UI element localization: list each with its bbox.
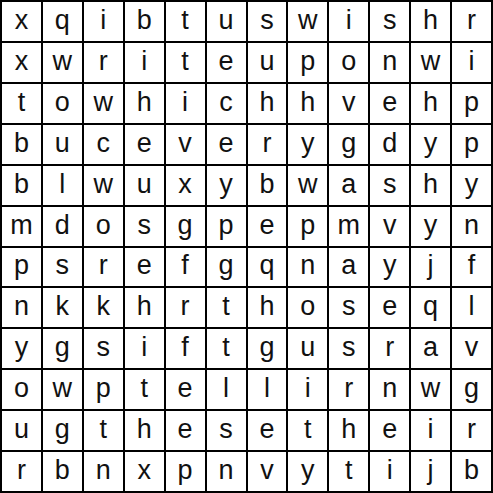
grid-cell[interactable]: l: [452, 288, 491, 327]
grid-cell[interactable]: u: [2, 411, 41, 450]
grid-cell[interactable]: s: [370, 166, 409, 205]
word-search-board: xqibtuswishrxwriteuponwitowhichhvehpbuce…: [0, 0, 493, 493]
grid-cell[interactable]: t: [84, 411, 123, 450]
grid-cell[interactable]: n: [370, 370, 409, 409]
grid-cell[interactable]: r: [370, 329, 409, 368]
grid-cell[interactable]: h: [411, 166, 450, 205]
grid-cell[interactable]: r: [452, 411, 491, 450]
grid-cell[interactable]: k: [43, 288, 82, 327]
grid-cell[interactable]: w: [84, 84, 123, 123]
grid-cell[interactable]: v: [329, 84, 368, 123]
grid-cell[interactable]: v: [452, 329, 491, 368]
grid-cell[interactable]: h: [411, 2, 450, 41]
grid-cell[interactable]: f: [166, 329, 205, 368]
grid-cell[interactable]: b: [2, 166, 41, 205]
grid-cell[interactable]: q: [248, 248, 287, 287]
grid-cell[interactable]: y: [370, 248, 409, 287]
grid-cell[interactable]: y: [207, 166, 246, 205]
grid-cell[interactable]: g: [43, 329, 82, 368]
grid-cell[interactable]: y: [288, 452, 327, 491]
grid-cell[interactable]: r: [248, 125, 287, 164]
grid-cell[interactable]: i: [125, 329, 164, 368]
grid-cell[interactable]: l: [248, 370, 287, 409]
grid-cell[interactable]: n: [84, 452, 123, 491]
grid-cell[interactable]: t: [166, 43, 205, 82]
grid-cell[interactable]: n: [2, 288, 41, 327]
grid-cell[interactable]: u: [43, 125, 82, 164]
grid-cell[interactable]: t: [2, 84, 41, 123]
grid-cell[interactable]: p: [2, 248, 41, 287]
grid-cell[interactable]: v: [370, 207, 409, 246]
grid-cell[interactable]: y: [452, 166, 491, 205]
grid-cell[interactable]: j: [411, 452, 450, 491]
grid-cell[interactable]: l: [207, 370, 246, 409]
grid-cell[interactable]: w: [84, 166, 123, 205]
grid-cell[interactable]: r: [84, 248, 123, 287]
grid-cell[interactable]: v: [248, 452, 287, 491]
grid-cell[interactable]: i: [125, 43, 164, 82]
grid-cell[interactable]: o: [84, 207, 123, 246]
grid-cell[interactable]: t: [329, 452, 368, 491]
grid-cell[interactable]: b: [248, 166, 287, 205]
grid-cell[interactable]: a: [411, 329, 450, 368]
grid-cell[interactable]: s: [370, 2, 409, 41]
grid-cell[interactable]: n: [207, 452, 246, 491]
grid-cell[interactable]: t: [207, 329, 246, 368]
grid-cell[interactable]: w: [411, 370, 450, 409]
grid-cell[interactable]: c: [207, 84, 246, 123]
grid-cell[interactable]: l: [43, 166, 82, 205]
grid-cell[interactable]: i: [329, 2, 368, 41]
grid-cell[interactable]: i: [166, 84, 205, 123]
grid-cell[interactable]: x: [166, 166, 205, 205]
grid-cell[interactable]: e: [248, 207, 287, 246]
grid-cell[interactable]: h: [125, 411, 164, 450]
grid-cell[interactable]: p: [166, 452, 205, 491]
grid-cell[interactable]: e: [125, 125, 164, 164]
grid-cell[interactable]: w: [43, 370, 82, 409]
grid-cell[interactable]: e: [370, 288, 409, 327]
grid-cell[interactable]: f: [452, 248, 491, 287]
grid-cell[interactable]: u: [248, 43, 287, 82]
grid-cell[interactable]: r: [329, 370, 368, 409]
grid-cell[interactable]: s: [84, 329, 123, 368]
grid-cell[interactable]: m: [2, 207, 41, 246]
grid-cell[interactable]: h: [288, 84, 327, 123]
grid-cell[interactable]: e: [370, 84, 409, 123]
grid-cell[interactable]: s: [329, 288, 368, 327]
grid-cell[interactable]: w: [43, 43, 82, 82]
grid-cell[interactable]: b: [452, 452, 491, 491]
grid-cell[interactable]: o: [43, 84, 82, 123]
grid-cell[interactable]: f: [166, 248, 205, 287]
grid-cell[interactable]: e: [207, 125, 246, 164]
grid-cell[interactable]: o: [329, 43, 368, 82]
grid-cell[interactable]: y: [2, 329, 41, 368]
grid-cell[interactable]: a: [329, 166, 368, 205]
grid-cell[interactable]: e: [248, 411, 287, 450]
grid-cell[interactable]: r: [2, 452, 41, 491]
grid-cell[interactable]: s: [43, 248, 82, 287]
grid-cell[interactable]: h: [411, 84, 450, 123]
grid-cell[interactable]: e: [370, 411, 409, 450]
grid-cell[interactable]: n: [452, 207, 491, 246]
grid-cell[interactable]: h: [125, 84, 164, 123]
grid-cell[interactable]: i: [288, 370, 327, 409]
grid-cell[interactable]: t: [288, 411, 327, 450]
grid-cell[interactable]: d: [43, 207, 82, 246]
grid-cell[interactable]: h: [248, 84, 287, 123]
grid-cell[interactable]: x: [125, 452, 164, 491]
grid-cell[interactable]: y: [288, 125, 327, 164]
grid-cell[interactable]: g: [207, 248, 246, 287]
grid-cell[interactable]: c: [84, 125, 123, 164]
grid-cell[interactable]: d: [370, 125, 409, 164]
grid-cell[interactable]: y: [411, 125, 450, 164]
grid-cell[interactable]: s: [329, 329, 368, 368]
grid-cell[interactable]: u: [207, 2, 246, 41]
grid-cell[interactable]: i: [370, 452, 409, 491]
grid-cell[interactable]: w: [411, 43, 450, 82]
grid-cell[interactable]: s: [207, 411, 246, 450]
grid-cell[interactable]: t: [207, 288, 246, 327]
grid-cell[interactable]: p: [288, 207, 327, 246]
grid-cell[interactable]: w: [288, 2, 327, 41]
grid-cell[interactable]: g: [166, 207, 205, 246]
grid-cell[interactable]: v: [166, 125, 205, 164]
grid-cell[interactable]: b: [43, 452, 82, 491]
grid-cell[interactable]: t: [166, 2, 205, 41]
grid-cell[interactable]: i: [452, 43, 491, 82]
grid-cell[interactable]: e: [207, 43, 246, 82]
grid-cell[interactable]: r: [166, 288, 205, 327]
grid-cell[interactable]: p: [452, 125, 491, 164]
grid-cell[interactable]: n: [370, 43, 409, 82]
grid-cell[interactable]: h: [125, 288, 164, 327]
grid-cell[interactable]: x: [2, 43, 41, 82]
grid-cell[interactable]: u: [125, 166, 164, 205]
grid-cell[interactable]: g: [248, 329, 287, 368]
grid-cell[interactable]: s: [125, 207, 164, 246]
grid-cell[interactable]: a: [329, 248, 368, 287]
grid-cell[interactable]: g: [452, 370, 491, 409]
grid-cell[interactable]: g: [43, 411, 82, 450]
grid-cell[interactable]: q: [43, 2, 82, 41]
grid-cell[interactable]: e: [125, 248, 164, 287]
grid-cell[interactable]: b: [125, 2, 164, 41]
grid-cell[interactable]: t: [125, 370, 164, 409]
grid-cell[interactable]: p: [288, 43, 327, 82]
grid-cell[interactable]: q: [411, 288, 450, 327]
grid-cell[interactable]: g: [329, 125, 368, 164]
grid-cell[interactable]: o: [288, 288, 327, 327]
grid-cell[interactable]: h: [248, 288, 287, 327]
grid-cell[interactable]: r: [452, 2, 491, 41]
grid-cell[interactable]: k: [84, 288, 123, 327]
grid-cell[interactable]: b: [2, 125, 41, 164]
grid-cell[interactable]: p: [207, 207, 246, 246]
grid-cell[interactable]: o: [2, 370, 41, 409]
grid-cell[interactable]: x: [2, 2, 41, 41]
grid-cell[interactable]: p: [84, 370, 123, 409]
grid-cell[interactable]: r: [84, 43, 123, 82]
grid-cell[interactable]: p: [452, 84, 491, 123]
grid-cell[interactable]: i: [411, 411, 450, 450]
grid-cell[interactable]: i: [84, 2, 123, 41]
grid-cell[interactable]: m: [329, 207, 368, 246]
grid-cell[interactable]: w: [288, 166, 327, 205]
grid-cell[interactable]: j: [411, 248, 450, 287]
grid-cell[interactable]: h: [329, 411, 368, 450]
grid-cell[interactable]: s: [248, 2, 287, 41]
grid-cell[interactable]: e: [166, 411, 205, 450]
grid-cell[interactable]: y: [411, 207, 450, 246]
grid-cell[interactable]: e: [166, 370, 205, 409]
grid-cell[interactable]: n: [288, 248, 327, 287]
grid-cell[interactable]: u: [288, 329, 327, 368]
